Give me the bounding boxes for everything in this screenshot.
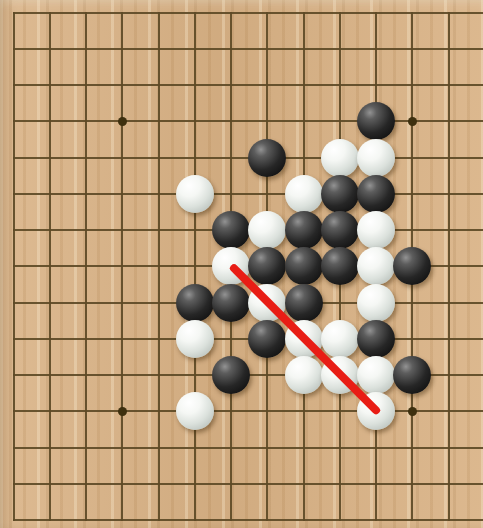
star-point [408, 117, 417, 126]
white-stone [321, 320, 359, 358]
black-stone [248, 320, 286, 358]
black-stone [212, 211, 250, 249]
white-stone [357, 356, 395, 394]
white-stone [248, 284, 286, 322]
black-stone [176, 284, 214, 322]
white-stone [176, 320, 214, 358]
black-stone [248, 139, 286, 177]
grid-line-vertical [13, 12, 15, 522]
star-point [118, 407, 127, 416]
white-stone [285, 320, 323, 358]
white-stone [285, 356, 323, 394]
gomoku-screen [0, 0, 483, 528]
grid-line-vertical [85, 12, 87, 522]
white-stone [285, 175, 323, 213]
black-stone [212, 284, 250, 322]
black-stone [393, 356, 431, 394]
white-stone [357, 211, 395, 249]
grid-line-vertical [194, 12, 196, 522]
white-stone [212, 247, 250, 285]
black-stone [285, 211, 323, 249]
white-stone [321, 139, 359, 177]
white-stone [321, 356, 359, 394]
star-point [118, 117, 127, 126]
white-stone [357, 139, 395, 177]
grid-line-vertical [448, 12, 450, 522]
grid-line-vertical [49, 12, 51, 522]
black-stone [212, 356, 250, 394]
black-stone [285, 284, 323, 322]
black-stone [321, 175, 359, 213]
black-stone [248, 247, 286, 285]
star-point [408, 407, 417, 416]
grid-line-vertical [158, 12, 160, 522]
white-stone [248, 211, 286, 249]
black-stone [357, 175, 395, 213]
black-stone [321, 247, 359, 285]
black-stone [357, 320, 395, 358]
gomoku-board[interactable] [0, 0, 483, 528]
black-stone [321, 211, 359, 249]
white-stone [357, 392, 395, 430]
white-stone [176, 392, 214, 430]
white-stone [357, 284, 395, 322]
black-stone [357, 102, 395, 140]
white-stone [357, 247, 395, 285]
black-stone [393, 247, 431, 285]
black-stone [285, 247, 323, 285]
white-stone [176, 175, 214, 213]
grid-line-vertical [121, 12, 123, 522]
